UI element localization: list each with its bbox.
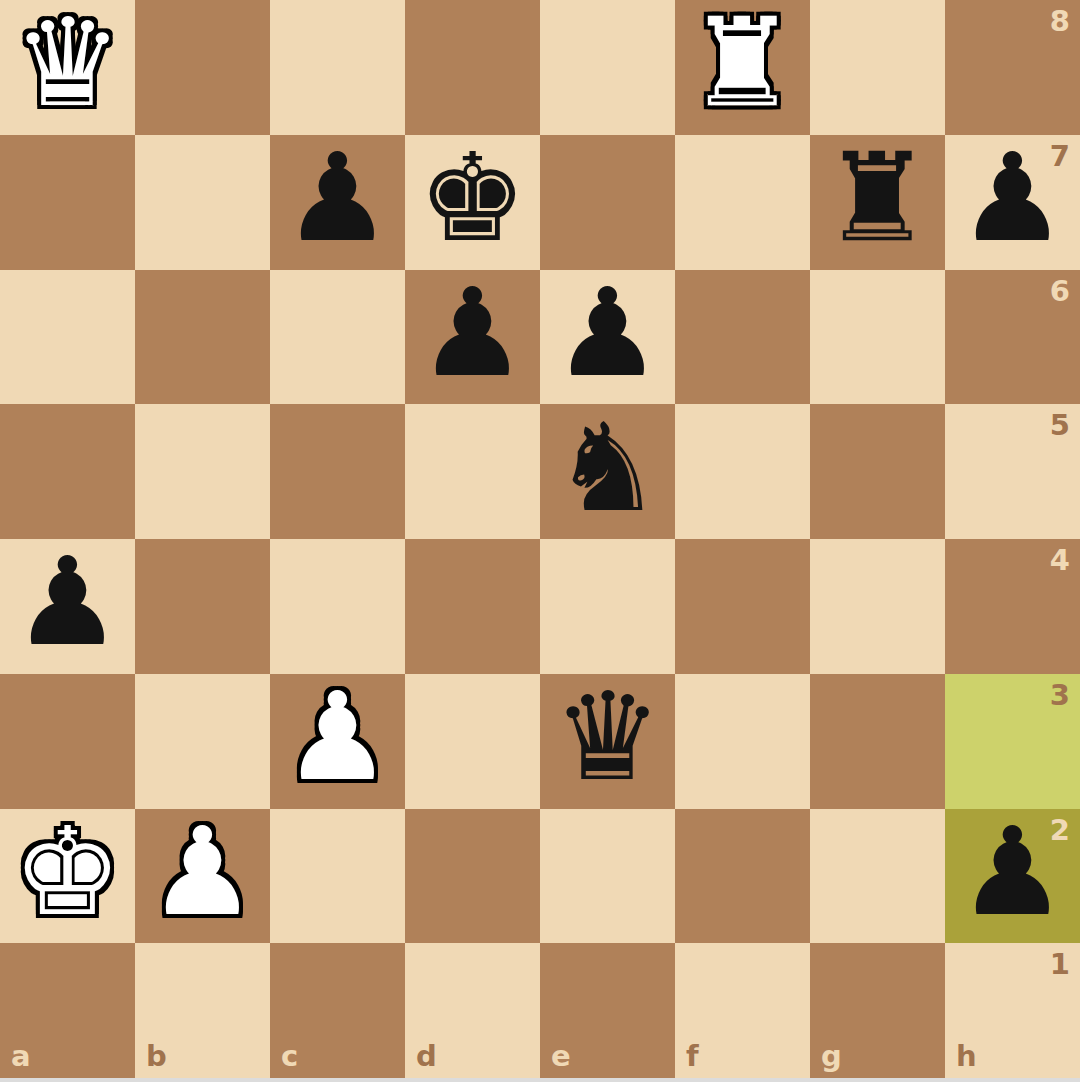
piece-white-queen[interactable]: ♛ — [13, 2, 122, 124]
square-b7[interactable] — [135, 135, 270, 270]
square-f7[interactable] — [675, 135, 810, 270]
square-d2[interactable] — [405, 809, 540, 944]
piece-black-queen[interactable]: ♛ — [553, 676, 662, 798]
square-b1[interactable]: b — [135, 943, 270, 1078]
square-b6[interactable] — [135, 270, 270, 405]
square-f2[interactable] — [675, 809, 810, 944]
square-c4[interactable] — [270, 539, 405, 674]
file-label-g: g — [821, 1042, 842, 1071]
square-e5[interactable]: ♞ — [540, 404, 675, 539]
square-h2[interactable]: ♟2 — [945, 809, 1080, 944]
square-a6[interactable] — [0, 270, 135, 405]
square-e3[interactable]: ♛ — [540, 674, 675, 809]
square-c6[interactable] — [270, 270, 405, 405]
square-g3[interactable] — [810, 674, 945, 809]
square-d6[interactable]: ♟ — [405, 270, 540, 405]
square-h4[interactable]: 4 — [945, 539, 1080, 674]
square-a3[interactable] — [0, 674, 135, 809]
square-d8[interactable] — [405, 0, 540, 135]
square-a7[interactable] — [0, 135, 135, 270]
square-e8[interactable] — [540, 0, 675, 135]
file-label-a: a — [11, 1042, 31, 1071]
square-f6[interactable] — [675, 270, 810, 405]
square-f5[interactable] — [675, 404, 810, 539]
file-label-f: f — [686, 1042, 699, 1071]
square-g8[interactable] — [810, 0, 945, 135]
square-g7[interactable]: ♜ — [810, 135, 945, 270]
square-d3[interactable] — [405, 674, 540, 809]
piece-black-rook[interactable]: ♜ — [823, 137, 932, 259]
square-e4[interactable] — [540, 539, 675, 674]
square-c7[interactable]: ♟ — [270, 135, 405, 270]
square-b3[interactable] — [135, 674, 270, 809]
square-a1[interactable]: a — [0, 943, 135, 1078]
square-f4[interactable] — [675, 539, 810, 674]
rank-label-1: 1 — [1050, 950, 1070, 979]
square-e2[interactable] — [540, 809, 675, 944]
rank-label-5: 5 — [1050, 411, 1070, 440]
square-d7[interactable]: ♚ — [405, 135, 540, 270]
square-h6[interactable]: 6 — [945, 270, 1080, 405]
square-c1[interactable]: c — [270, 943, 405, 1078]
piece-black-knight[interactable]: ♞ — [553, 407, 662, 529]
square-f1[interactable]: f — [675, 943, 810, 1078]
rank-label-4: 4 — [1050, 546, 1070, 575]
square-e6[interactable]: ♟ — [540, 270, 675, 405]
rank-label-8: 8 — [1050, 7, 1070, 36]
rank-label-3: 3 — [1050, 681, 1070, 710]
file-label-b: b — [146, 1042, 167, 1071]
square-c8[interactable] — [270, 0, 405, 135]
square-b8[interactable] — [135, 0, 270, 135]
square-g5[interactable] — [810, 404, 945, 539]
piece-white-pawn[interactable]: ♟ — [283, 676, 392, 798]
piece-white-rook[interactable]: ♜ — [688, 2, 797, 124]
square-f8[interactable]: ♜ — [675, 0, 810, 135]
square-b2[interactable]: ♟ — [135, 809, 270, 944]
piece-white-king[interactable]: ♚ — [13, 811, 122, 933]
piece-black-king[interactable]: ♚ — [418, 137, 527, 259]
square-h3[interactable]: 3 — [945, 674, 1080, 809]
square-b5[interactable] — [135, 404, 270, 539]
square-h1[interactable]: 1h — [945, 943, 1080, 1078]
square-d1[interactable]: d — [405, 943, 540, 1078]
chess-page: ♛♜8♟♚♜♟7♟♟6♞5♟4♟♛3♚♟♟2abcdefg1h — [0, 0, 1080, 1082]
piece-black-pawn[interactable]: ♟ — [283, 137, 392, 259]
square-e1[interactable]: e — [540, 943, 675, 1078]
file-label-h: h — [956, 1042, 977, 1071]
chess-board: ♛♜8♟♚♜♟7♟♟6♞5♟4♟♛3♚♟♟2abcdefg1h — [0, 0, 1080, 1078]
piece-black-pawn[interactable]: ♟ — [958, 811, 1067, 933]
square-g2[interactable] — [810, 809, 945, 944]
square-d4[interactable] — [405, 539, 540, 674]
square-c3[interactable]: ♟ — [270, 674, 405, 809]
square-h7[interactable]: ♟7 — [945, 135, 1080, 270]
square-g4[interactable] — [810, 539, 945, 674]
square-e7[interactable] — [540, 135, 675, 270]
square-a5[interactable] — [0, 404, 135, 539]
file-label-d: d — [416, 1042, 437, 1071]
page-background-strip — [0, 1078, 1080, 1082]
piece-black-pawn[interactable]: ♟ — [418, 272, 527, 394]
square-c2[interactable] — [270, 809, 405, 944]
square-g6[interactable] — [810, 270, 945, 405]
piece-black-pawn[interactable]: ♟ — [13, 541, 122, 663]
square-h5[interactable]: 5 — [945, 404, 1080, 539]
square-b4[interactable] — [135, 539, 270, 674]
rank-label-6: 6 — [1050, 277, 1070, 306]
piece-black-pawn[interactable]: ♟ — [958, 137, 1067, 259]
square-h8[interactable]: 8 — [945, 0, 1080, 135]
square-c5[interactable] — [270, 404, 405, 539]
piece-white-pawn[interactable]: ♟ — [148, 811, 257, 933]
file-label-e: e — [551, 1042, 571, 1071]
square-a4[interactable]: ♟ — [0, 539, 135, 674]
square-g1[interactable]: g — [810, 943, 945, 1078]
square-d5[interactable] — [405, 404, 540, 539]
square-a8[interactable]: ♛ — [0, 0, 135, 135]
piece-black-pawn[interactable]: ♟ — [553, 272, 662, 394]
file-label-c: c — [281, 1042, 298, 1071]
square-a2[interactable]: ♚ — [0, 809, 135, 944]
square-f3[interactable] — [675, 674, 810, 809]
